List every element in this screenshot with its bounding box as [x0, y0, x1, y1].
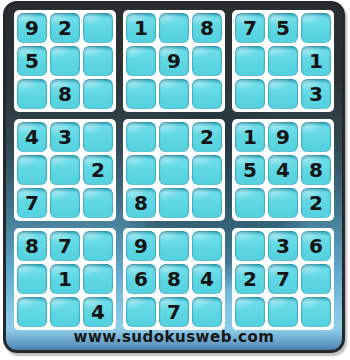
cell-r6c3[interactable]: [83, 188, 113, 218]
cell-r7c5[interactable]: [159, 231, 189, 261]
cell-r5c5[interactable]: [159, 155, 189, 185]
cell-r1c1[interactable]: 9: [17, 13, 47, 43]
cell-r7c1[interactable]: 8: [17, 231, 47, 261]
cell-r6c6[interactable]: [192, 188, 222, 218]
cell-r2c2[interactable]: [50, 46, 80, 76]
cell-r2c7[interactable]: [235, 46, 265, 76]
cell-r7c9[interactable]: 6: [301, 231, 331, 261]
cell-r1c7[interactable]: 7: [235, 13, 265, 43]
cell-r2c5[interactable]: 9: [159, 46, 189, 76]
site-url-label: www.sudokusweb.com: [74, 328, 275, 346]
cell-r1c8[interactable]: 5: [268, 13, 298, 43]
cell-r6c2[interactable]: [50, 188, 80, 218]
cell-r9c9[interactable]: [301, 297, 331, 327]
cell-r5c6[interactable]: [192, 155, 222, 185]
sudoku-board: 925818975134327281954828714968473627: [14, 10, 334, 330]
sudoku-frame: 925818975134327281954828714968473627 www…: [3, 1, 345, 353]
cell-r7c3[interactable]: [83, 231, 113, 261]
cell-r7c4[interactable]: 9: [126, 231, 156, 261]
cell-r9c6[interactable]: [192, 297, 222, 327]
cell-r4c2[interactable]: 3: [50, 122, 80, 152]
cell-r4c5[interactable]: [159, 122, 189, 152]
box-r1c3: 7513: [232, 10, 334, 112]
cell-r5c1[interactable]: [17, 155, 47, 185]
cell-r9c5[interactable]: 7: [159, 297, 189, 327]
cell-r1c9[interactable]: [301, 13, 331, 43]
cell-r5c3[interactable]: 2: [83, 155, 113, 185]
cell-r8c2[interactable]: 1: [50, 264, 80, 294]
cell-r7c8[interactable]: 3: [268, 231, 298, 261]
box-r1c1: 9258: [14, 10, 116, 112]
cell-r9c8[interactable]: [268, 297, 298, 327]
cell-r8c6[interactable]: 4: [192, 264, 222, 294]
cell-r2c6[interactable]: [192, 46, 222, 76]
cell-r4c8[interactable]: 9: [268, 122, 298, 152]
page: 925818975134327281954828714968473627 www…: [0, 0, 350, 360]
cell-r4c9[interactable]: [301, 122, 331, 152]
cell-r1c3[interactable]: [83, 13, 113, 43]
cell-r6c4[interactable]: 8: [126, 188, 156, 218]
box-r2c3: 195482: [232, 119, 334, 221]
cell-r9c3[interactable]: 4: [83, 297, 113, 327]
cell-r3c8[interactable]: [268, 79, 298, 109]
cell-r8c8[interactable]: 7: [268, 264, 298, 294]
cell-r4c1[interactable]: 4: [17, 122, 47, 152]
cell-r2c1[interactable]: 5: [17, 46, 47, 76]
cell-r8c7[interactable]: 2: [235, 264, 265, 294]
cell-r3c4[interactable]: [126, 79, 156, 109]
cell-r5c2[interactable]: [50, 155, 80, 185]
cell-r3c1[interactable]: [17, 79, 47, 109]
cell-r7c6[interactable]: [192, 231, 222, 261]
cell-r5c4[interactable]: [126, 155, 156, 185]
box-r3c1: 8714: [14, 228, 116, 330]
cell-r5c8[interactable]: 4: [268, 155, 298, 185]
cell-r8c1[interactable]: [17, 264, 47, 294]
cell-r8c5[interactable]: 8: [159, 264, 189, 294]
cell-r2c9[interactable]: 1: [301, 46, 331, 76]
cell-r5c9[interactable]: 8: [301, 155, 331, 185]
cell-r5c7[interactable]: 5: [235, 155, 265, 185]
cell-r4c7[interactable]: 1: [235, 122, 265, 152]
cell-r3c9[interactable]: 3: [301, 79, 331, 109]
cell-r7c7[interactable]: [235, 231, 265, 261]
box-r1c2: 189: [123, 10, 225, 112]
cell-r9c1[interactable]: [17, 297, 47, 327]
cell-r9c2[interactable]: [50, 297, 80, 327]
cell-r1c2[interactable]: 2: [50, 13, 80, 43]
cell-r3c5[interactable]: [159, 79, 189, 109]
cell-r6c5[interactable]: [159, 188, 189, 218]
cell-r4c3[interactable]: [83, 122, 113, 152]
cell-r4c4[interactable]: [126, 122, 156, 152]
cell-r6c1[interactable]: 7: [17, 188, 47, 218]
cell-r2c4[interactable]: [126, 46, 156, 76]
box-r2c2: 28: [123, 119, 225, 221]
box-r3c3: 3627: [232, 228, 334, 330]
cell-r1c6[interactable]: 8: [192, 13, 222, 43]
cell-r3c2[interactable]: 8: [50, 79, 80, 109]
cell-r8c4[interactable]: 6: [126, 264, 156, 294]
cell-r1c4[interactable]: 1: [126, 13, 156, 43]
cell-r1c5[interactable]: [159, 13, 189, 43]
cell-r2c8[interactable]: [268, 46, 298, 76]
cell-r3c7[interactable]: [235, 79, 265, 109]
cell-r3c3[interactable]: [83, 79, 113, 109]
cell-r6c7[interactable]: [235, 188, 265, 218]
box-r2c1: 4327: [14, 119, 116, 221]
cell-r6c8[interactable]: [268, 188, 298, 218]
cell-r8c9[interactable]: [301, 264, 331, 294]
cell-r9c4[interactable]: [126, 297, 156, 327]
box-r3c2: 96847: [123, 228, 225, 330]
cell-r3c6[interactable]: [192, 79, 222, 109]
cell-r8c3[interactable]: [83, 264, 113, 294]
cell-r2c3[interactable]: [83, 46, 113, 76]
cell-r6c9[interactable]: 2: [301, 188, 331, 218]
site-footer: www.sudokusweb.com: [6, 327, 342, 347]
cell-r7c2[interactable]: 7: [50, 231, 80, 261]
cell-r9c7[interactable]: [235, 297, 265, 327]
cell-r4c6[interactable]: 2: [192, 122, 222, 152]
